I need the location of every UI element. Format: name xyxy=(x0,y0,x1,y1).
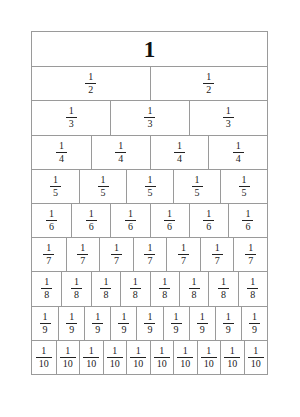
fraction-cell: 17 xyxy=(99,238,133,271)
fraction: 16 xyxy=(86,209,97,232)
fraction-numerator: 1 xyxy=(178,243,189,255)
fraction-numerator: 1 xyxy=(43,243,54,255)
fraction-numerator: 1 xyxy=(174,141,185,153)
fraction-numerator: 1 xyxy=(239,175,250,187)
fraction-numerator: 1 xyxy=(249,312,260,324)
fraction-denominator: 8 xyxy=(130,289,141,300)
fraction-cell: 17 xyxy=(233,238,267,271)
fraction-numerator: 1 xyxy=(100,277,111,289)
fraction: 12 xyxy=(85,72,96,95)
fraction-denominator: 9 xyxy=(118,324,129,335)
fraction: 17 xyxy=(212,243,223,266)
fraction-cell: 110 xyxy=(32,341,56,374)
fraction: 17 xyxy=(178,243,189,266)
fraction-denominator: 5 xyxy=(98,187,109,198)
fraction-numerator: 1 xyxy=(130,277,141,289)
fraction-cell: 12 xyxy=(32,67,150,100)
fraction-denominator: 10 xyxy=(201,358,217,369)
fraction-numerator: 1 xyxy=(189,277,200,289)
fraction-numerator: 1 xyxy=(71,277,82,289)
fraction-denominator: 8 xyxy=(100,289,111,300)
fraction-denominator: 9 xyxy=(66,324,77,335)
fraction: 110 xyxy=(60,346,76,369)
fraction-cell: 16 xyxy=(110,204,149,237)
fraction-denominator: 3 xyxy=(223,118,234,129)
fraction-numerator: 1 xyxy=(247,277,258,289)
fraction-numerator: 1 xyxy=(36,346,52,358)
fraction-numerator: 1 xyxy=(248,346,264,358)
fraction-cell: 19 xyxy=(110,307,136,340)
fraction: 110 xyxy=(83,346,99,369)
fraction-numerator: 1 xyxy=(111,243,122,255)
fraction-row-4ths: 14141414 xyxy=(32,135,267,169)
fraction-numerator: 1 xyxy=(177,346,193,358)
fraction-cell: 13 xyxy=(189,101,267,134)
fraction-denominator: 7 xyxy=(212,255,223,266)
fraction-cell: 19 xyxy=(84,307,110,340)
fraction-numerator: 1 xyxy=(242,209,253,221)
fraction-cell: 19 xyxy=(32,307,58,340)
fraction-cell: 15 xyxy=(220,170,267,203)
fraction: 16 xyxy=(203,209,214,232)
fraction-denominator: 2 xyxy=(203,84,214,95)
fraction-cell: 17 xyxy=(32,238,66,271)
fraction-cell: 19 xyxy=(241,307,267,340)
fraction: 16 xyxy=(242,209,253,232)
fraction-numerator: 1 xyxy=(92,312,103,324)
fraction-denominator: 8 xyxy=(159,289,170,300)
fraction-numerator: 1 xyxy=(245,243,256,255)
whole-row: 1 xyxy=(32,32,267,66)
fraction-denominator: 9 xyxy=(92,324,103,335)
fraction: 110 xyxy=(248,346,264,369)
fraction: 14 xyxy=(56,141,67,164)
fraction-numerator: 1 xyxy=(115,141,126,153)
fraction-denominator: 10 xyxy=(107,358,123,369)
fraction-cell: 110 xyxy=(56,341,80,374)
fraction-row-8ths: 1818181818181818 xyxy=(32,271,267,305)
fraction-denominator: 4 xyxy=(56,153,67,164)
fraction-cell: 17 xyxy=(166,238,200,271)
fraction: 110 xyxy=(130,346,146,369)
fraction-cell: 19 xyxy=(163,307,189,340)
fraction-denominator: 7 xyxy=(111,255,122,266)
fraction-row-10ths: 110110110110110110110110110110 xyxy=(32,340,267,374)
fraction: 110 xyxy=(177,346,193,369)
fraction: 19 xyxy=(144,312,155,335)
fraction-cell: 12 xyxy=(150,67,268,100)
fraction-numerator: 1 xyxy=(66,106,77,118)
fraction-denominator: 8 xyxy=(247,289,258,300)
fraction-numerator: 1 xyxy=(145,175,156,187)
fraction-numerator: 1 xyxy=(41,277,52,289)
fraction: 19 xyxy=(66,312,77,335)
fraction: 13 xyxy=(66,106,77,129)
fraction-numerator: 1 xyxy=(83,346,99,358)
fraction-numerator: 1 xyxy=(107,346,123,358)
fraction: 18 xyxy=(159,277,170,300)
fraction-numerator: 1 xyxy=(40,312,51,324)
fraction-cell: 16 xyxy=(150,204,189,237)
fraction: 15 xyxy=(98,175,109,198)
fraction-denominator: 7 xyxy=(43,255,54,266)
fraction-cell: 14 xyxy=(32,136,91,169)
fraction: 13 xyxy=(223,106,234,129)
fraction-numerator: 1 xyxy=(201,346,217,358)
fraction-numerator: 1 xyxy=(98,175,109,187)
fraction-numerator: 1 xyxy=(154,346,170,358)
fraction-cell: 15 xyxy=(173,170,220,203)
fraction: 18 xyxy=(218,277,229,300)
fraction: 18 xyxy=(189,277,200,300)
fraction-cell: 110 xyxy=(126,341,150,374)
fraction-row-6ths: 161616161616 xyxy=(32,203,267,237)
fraction-cell: 18 xyxy=(179,272,208,305)
fraction-cell: 16 xyxy=(189,204,228,237)
fraction: 15 xyxy=(239,175,250,198)
fraction: 15 xyxy=(145,175,156,198)
fraction-cell: 18 xyxy=(120,272,149,305)
fraction-denominator: 6 xyxy=(164,221,175,232)
fraction-cell: 110 xyxy=(150,341,174,374)
fraction: 16 xyxy=(125,209,136,232)
fraction-cell: 16 xyxy=(32,204,71,237)
fraction-cell: 110 xyxy=(220,341,244,374)
fraction: 19 xyxy=(92,312,103,335)
fraction-cell: 18 xyxy=(91,272,120,305)
fraction: 19 xyxy=(118,312,129,335)
fraction-denominator: 7 xyxy=(178,255,189,266)
fraction-numerator: 1 xyxy=(144,312,155,324)
fraction-cell: 15 xyxy=(79,170,126,203)
fraction: 19 xyxy=(40,312,51,335)
fraction-row-5ths: 1515151515 xyxy=(32,169,267,203)
fraction-cell: 18 xyxy=(208,272,237,305)
fraction-denominator: 7 xyxy=(77,255,88,266)
fraction-cell: 13 xyxy=(32,101,110,134)
fraction-denominator: 9 xyxy=(249,324,260,335)
fraction: 17 xyxy=(77,243,88,266)
fraction-numerator: 1 xyxy=(233,141,244,153)
fraction-cell: 19 xyxy=(58,307,84,340)
fraction-denominator: 8 xyxy=(218,289,229,300)
fraction-denominator: 5 xyxy=(145,187,156,198)
fraction-cell: 18 xyxy=(32,272,61,305)
fraction-denominator: 10 xyxy=(177,358,193,369)
fraction-denominator: 10 xyxy=(36,358,52,369)
fraction-cell: 110 xyxy=(79,341,103,374)
fraction-cell: 110 xyxy=(244,341,268,374)
fraction-denominator: 8 xyxy=(41,289,52,300)
fraction-denominator: 5 xyxy=(192,187,203,198)
fraction: 19 xyxy=(249,312,260,335)
fraction: 15 xyxy=(50,175,61,198)
whole-label: 1 xyxy=(144,38,156,61)
fraction: 14 xyxy=(174,141,185,164)
fraction: 17 xyxy=(245,243,256,266)
fraction-numerator: 1 xyxy=(144,243,155,255)
fraction-numerator: 1 xyxy=(50,175,61,187)
fraction-cell: 19 xyxy=(136,307,162,340)
fraction-numerator: 1 xyxy=(118,312,129,324)
fraction: 13 xyxy=(144,106,155,129)
fraction-denominator: 4 xyxy=(115,153,126,164)
fraction-numerator: 1 xyxy=(223,312,234,324)
fraction-cell: 18 xyxy=(238,272,267,305)
fraction: 18 xyxy=(130,277,141,300)
fraction-cell: 15 xyxy=(32,170,79,203)
fraction-wall: 1 12121313131414141415151515151616161616… xyxy=(31,31,268,375)
fraction: 110 xyxy=(107,346,123,369)
fraction-denominator: 10 xyxy=(248,358,264,369)
fraction-denominator: 10 xyxy=(154,358,170,369)
fraction: 14 xyxy=(115,141,126,164)
fraction-cell: 18 xyxy=(150,272,179,305)
fraction-denominator: 10 xyxy=(83,358,99,369)
fraction-denominator: 10 xyxy=(130,358,146,369)
fraction-numerator: 1 xyxy=(125,209,136,221)
fraction-cell: 14 xyxy=(91,136,150,169)
fraction: 16 xyxy=(46,209,57,232)
fraction-denominator: 6 xyxy=(203,221,214,232)
fraction: 110 xyxy=(201,346,217,369)
fraction-numerator: 1 xyxy=(85,72,96,84)
fraction-row-7ths: 17171717171717 xyxy=(32,237,267,271)
fraction-numerator: 1 xyxy=(86,209,97,221)
fraction: 110 xyxy=(154,346,170,369)
fraction-denominator: 6 xyxy=(86,221,97,232)
fraction-cell: 17 xyxy=(200,238,234,271)
fraction: 18 xyxy=(71,277,82,300)
fraction-numerator: 1 xyxy=(56,141,67,153)
fraction-cell: 17 xyxy=(66,238,100,271)
fraction: 18 xyxy=(41,277,52,300)
fraction: 19 xyxy=(197,312,208,335)
fraction-denominator: 9 xyxy=(40,324,51,335)
fraction-denominator: 6 xyxy=(46,221,57,232)
whole-cell: 1 xyxy=(32,32,267,66)
fraction-denominator: 7 xyxy=(144,255,155,266)
fraction-numerator: 1 xyxy=(218,277,229,289)
fraction-denominator: 10 xyxy=(60,358,76,369)
fraction-cell: 14 xyxy=(208,136,267,169)
fraction: 19 xyxy=(223,312,234,335)
fraction-numerator: 1 xyxy=(171,312,182,324)
fraction-cell: 19 xyxy=(189,307,215,340)
fraction-numerator: 1 xyxy=(192,175,203,187)
fraction-cell: 14 xyxy=(150,136,209,169)
fraction: 17 xyxy=(43,243,54,266)
fraction-denominator: 9 xyxy=(144,324,155,335)
fraction-denominator: 9 xyxy=(171,324,182,335)
fraction-numerator: 1 xyxy=(77,243,88,255)
fraction-numerator: 1 xyxy=(60,346,76,358)
fraction-row-3ths: 131313 xyxy=(32,100,267,134)
fraction: 18 xyxy=(247,277,258,300)
fraction: 110 xyxy=(224,346,240,369)
fraction-denominator: 7 xyxy=(245,255,256,266)
fraction: 15 xyxy=(192,175,203,198)
fraction-cell: 13 xyxy=(110,101,188,134)
fraction: 17 xyxy=(144,243,155,266)
fraction-numerator: 1 xyxy=(223,106,234,118)
fraction-numerator: 1 xyxy=(144,106,155,118)
fraction-numerator: 1 xyxy=(197,312,208,324)
fraction-denominator: 4 xyxy=(174,153,185,164)
fraction-denominator: 2 xyxy=(85,84,96,95)
fraction-numerator: 1 xyxy=(130,346,146,358)
fraction-numerator: 1 xyxy=(66,312,77,324)
fraction-numerator: 1 xyxy=(164,209,175,221)
fraction-row-2ths: 1212 xyxy=(32,66,267,100)
fraction-denominator: 10 xyxy=(224,358,240,369)
fraction-cell: 110 xyxy=(103,341,127,374)
fraction-row-9ths: 191919191919191919 xyxy=(32,306,267,340)
fraction-denominator: 5 xyxy=(50,187,61,198)
fraction-denominator: 9 xyxy=(197,324,208,335)
fraction-cell: 18 xyxy=(61,272,90,305)
fraction-cell: 110 xyxy=(173,341,197,374)
fraction: 14 xyxy=(233,141,244,164)
fraction-numerator: 1 xyxy=(224,346,240,358)
fraction-numerator: 1 xyxy=(159,277,170,289)
fraction: 110 xyxy=(36,346,52,369)
fraction-denominator: 9 xyxy=(223,324,234,335)
fraction: 16 xyxy=(164,209,175,232)
fraction: 17 xyxy=(111,243,122,266)
fraction-cell: 19 xyxy=(215,307,241,340)
fraction-numerator: 1 xyxy=(203,72,214,84)
fraction: 19 xyxy=(171,312,182,335)
fraction-denominator: 6 xyxy=(125,221,136,232)
fraction-denominator: 8 xyxy=(71,289,82,300)
fraction-cell: 16 xyxy=(228,204,267,237)
fraction-cell: 110 xyxy=(197,341,221,374)
fraction: 18 xyxy=(100,277,111,300)
fraction-numerator: 1 xyxy=(203,209,214,221)
fraction: 12 xyxy=(203,72,214,95)
fraction-denominator: 3 xyxy=(66,118,77,129)
fraction-numerator: 1 xyxy=(212,243,223,255)
fraction-denominator: 5 xyxy=(239,187,250,198)
fraction-cell: 15 xyxy=(126,170,173,203)
fraction-cell: 16 xyxy=(71,204,110,237)
fraction-denominator: 3 xyxy=(144,118,155,129)
fraction-cell: 17 xyxy=(133,238,167,271)
fraction-denominator: 8 xyxy=(189,289,200,300)
fraction-numerator: 1 xyxy=(46,209,57,221)
fraction-denominator: 6 xyxy=(242,221,253,232)
fraction-denominator: 4 xyxy=(233,153,244,164)
